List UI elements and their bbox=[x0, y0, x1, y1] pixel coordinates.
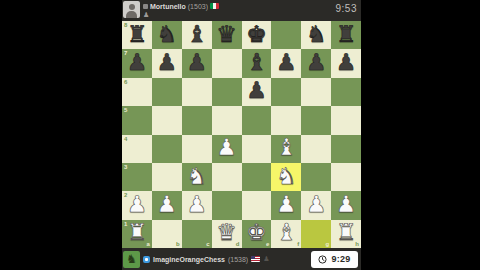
square-d7[interactable] bbox=[212, 49, 242, 77]
square-g2[interactable]: ♟ bbox=[301, 191, 331, 219]
square-d5[interactable] bbox=[212, 106, 242, 134]
square-c5[interactable] bbox=[182, 106, 212, 134]
piece-white-queen: ♛ bbox=[216, 221, 237, 244]
square-e1[interactable]: e♚ bbox=[242, 220, 272, 248]
bottom-player-clock: 9:29 bbox=[311, 251, 358, 268]
square-e8[interactable]: ♚ bbox=[242, 21, 272, 49]
top-player-clock: 9:53 bbox=[336, 3, 357, 14]
square-d4[interactable]: ♟ bbox=[212, 135, 242, 163]
square-e5[interactable] bbox=[242, 106, 272, 134]
file-label-g: g bbox=[325, 241, 329, 247]
piece-black-pawn: ♟ bbox=[336, 51, 357, 74]
square-a2[interactable]: 2♟ bbox=[122, 191, 152, 219]
avatar-silhouette-icon bbox=[129, 4, 135, 10]
square-c6[interactable] bbox=[182, 78, 212, 106]
chess-board[interactable]: 8♜♞♝♛♚♞♜7♟♟♟♝♟♟♟6♟54♟♝3♞♞2♟♟♟♟♟♟1a♜bcd♛e… bbox=[122, 21, 361, 248]
square-f5[interactable] bbox=[271, 106, 301, 134]
piece-black-rook: ♜ bbox=[336, 23, 357, 46]
piece-white-pawn: ♟ bbox=[157, 193, 178, 216]
piece-black-pawn: ♟ bbox=[246, 79, 267, 102]
piece-black-knight: ♞ bbox=[157, 23, 178, 46]
file-label-f: f bbox=[297, 241, 299, 247]
top-captured-pieces: ♟ bbox=[143, 11, 219, 19]
piece-black-queen: ♛ bbox=[216, 23, 237, 46]
bottom-clock-time: 9:29 bbox=[331, 254, 350, 264]
piece-black-king: ♚ bbox=[246, 23, 267, 46]
top-player-name[interactable]: Mortunello bbox=[150, 3, 186, 10]
square-e4[interactable] bbox=[242, 135, 272, 163]
us-flag-icon bbox=[251, 256, 260, 262]
square-h4[interactable] bbox=[331, 135, 361, 163]
rank-label-6: 6 bbox=[124, 79, 127, 85]
piece-white-pawn: ♟ bbox=[306, 193, 327, 216]
piece-black-knight: ♞ bbox=[306, 23, 327, 46]
square-b7[interactable]: ♟ bbox=[152, 49, 182, 77]
top-player-avatar[interactable] bbox=[123, 1, 140, 18]
square-c4[interactable] bbox=[182, 135, 212, 163]
square-d3[interactable] bbox=[212, 163, 242, 191]
top-player-rating: (1503) bbox=[188, 3, 208, 10]
square-g5[interactable] bbox=[301, 106, 331, 134]
square-b8[interactable]: ♞ bbox=[152, 21, 182, 49]
piece-white-pawn: ♟ bbox=[336, 193, 357, 216]
square-b6[interactable] bbox=[152, 78, 182, 106]
square-e6[interactable]: ♟ bbox=[242, 78, 272, 106]
file-label-c: c bbox=[206, 241, 209, 247]
top-player-bar: Mortunello (1503) ♟ 9:53 bbox=[122, 0, 361, 21]
square-a8[interactable]: 8♜ bbox=[122, 21, 152, 49]
piece-white-pawn: ♟ bbox=[216, 136, 237, 159]
square-f7[interactable]: ♟ bbox=[271, 49, 301, 77]
square-c3[interactable]: ♞ bbox=[182, 163, 212, 191]
piece-white-pawn: ♟ bbox=[127, 193, 148, 216]
status-icon bbox=[143, 4, 148, 9]
square-c1[interactable]: c bbox=[182, 220, 212, 248]
square-f8[interactable] bbox=[271, 21, 301, 49]
rank-label-5: 5 bbox=[124, 107, 127, 113]
square-h2[interactable]: ♟ bbox=[331, 191, 361, 219]
square-e3[interactable] bbox=[242, 163, 272, 191]
piece-black-pawn: ♟ bbox=[306, 51, 327, 74]
piece-white-pawn: ♟ bbox=[276, 193, 297, 216]
piece-white-bishop: ♝ bbox=[276, 221, 297, 244]
square-b5[interactable] bbox=[152, 106, 182, 134]
square-g7[interactable]: ♟ bbox=[301, 49, 331, 77]
app-window: Mortunello (1503) ♟ 9:53 8♜♞♝♛♚♞♜7♟♟♟♝♟♟… bbox=[0, 0, 480, 270]
square-c8[interactable]: ♝ bbox=[182, 21, 212, 49]
square-f1[interactable]: f♝ bbox=[271, 220, 301, 248]
piece-black-rook: ♜ bbox=[127, 23, 148, 46]
square-d2[interactable] bbox=[212, 191, 242, 219]
square-g1[interactable]: g bbox=[301, 220, 331, 248]
piece-white-rook: ♜ bbox=[336, 221, 357, 244]
square-b4[interactable] bbox=[152, 135, 182, 163]
bottom-player-bar: ♞ ImagineOrangeChess (1538) ♟ 9:29 bbox=[122, 248, 361, 270]
piece-white-knight: ♞ bbox=[186, 165, 207, 188]
square-b3[interactable] bbox=[152, 163, 182, 191]
square-f3[interactable]: ♞ bbox=[271, 163, 301, 191]
square-g4[interactable] bbox=[301, 135, 331, 163]
square-g3[interactable] bbox=[301, 163, 331, 191]
bottom-player-avatar[interactable]: ♞ bbox=[123, 251, 140, 268]
square-a6[interactable]: 6 bbox=[122, 78, 152, 106]
square-f4[interactable]: ♝ bbox=[271, 135, 301, 163]
square-h7[interactable]: ♟ bbox=[331, 49, 361, 77]
square-d6[interactable] bbox=[212, 78, 242, 106]
square-h6[interactable] bbox=[331, 78, 361, 106]
piece-white-king: ♚ bbox=[246, 221, 267, 244]
square-b2[interactable]: ♟ bbox=[152, 191, 182, 219]
square-e7[interactable]: ♝ bbox=[242, 49, 272, 77]
square-a5[interactable]: 5 bbox=[122, 106, 152, 134]
piece-black-pawn: ♟ bbox=[186, 51, 207, 74]
file-label-b: b bbox=[176, 241, 180, 247]
square-h3[interactable] bbox=[331, 163, 361, 191]
square-a4[interactable]: 4 bbox=[122, 135, 152, 163]
bottom-player-name[interactable]: ImagineOrangeChess bbox=[153, 256, 225, 263]
square-e2[interactable] bbox=[242, 191, 272, 219]
avatar-knight-icon: ♞ bbox=[126, 253, 137, 265]
piece-black-pawn: ♟ bbox=[276, 51, 297, 74]
captured-pawn-icon: ♟ bbox=[143, 12, 149, 19]
square-g8[interactable]: ♞ bbox=[301, 21, 331, 49]
square-c7[interactable]: ♟ bbox=[182, 49, 212, 77]
rank-label-4: 4 bbox=[124, 136, 127, 142]
square-f6[interactable] bbox=[271, 78, 301, 106]
captured-pawn-icon: ♟ bbox=[263, 256, 269, 263]
piece-white-pawn: ♟ bbox=[186, 193, 207, 216]
square-h8[interactable]: ♜ bbox=[331, 21, 361, 49]
piece-black-bishop: ♝ bbox=[246, 51, 267, 74]
square-f2[interactable]: ♟ bbox=[271, 191, 301, 219]
piece-white-bishop: ♝ bbox=[276, 136, 297, 159]
piece-white-rook: ♜ bbox=[127, 221, 148, 244]
piece-black-pawn: ♟ bbox=[127, 51, 148, 74]
square-b1[interactable]: b bbox=[152, 220, 182, 248]
square-d8[interactable]: ♛ bbox=[212, 21, 242, 49]
piece-black-pawn: ♟ bbox=[157, 51, 178, 74]
square-d1[interactable]: d♛ bbox=[212, 220, 242, 248]
square-a3[interactable]: 3 bbox=[122, 163, 152, 191]
square-a7[interactable]: 7♟ bbox=[122, 49, 152, 77]
square-h1[interactable]: h♜ bbox=[331, 220, 361, 248]
piece-black-bishop: ♝ bbox=[186, 23, 207, 46]
square-h5[interactable] bbox=[331, 106, 361, 134]
bottom-player-rating: (1538) bbox=[228, 256, 248, 263]
square-g6[interactable] bbox=[301, 78, 331, 106]
italy-flag-icon bbox=[210, 3, 219, 9]
square-a1[interactable]: 1a♜ bbox=[122, 220, 152, 248]
clock-icon bbox=[318, 255, 327, 264]
square-c2[interactable]: ♟ bbox=[182, 191, 212, 219]
piece-white-knight: ♞ bbox=[276, 165, 297, 188]
badge-icon bbox=[143, 256, 150, 263]
rank-label-3: 3 bbox=[124, 164, 127, 170]
